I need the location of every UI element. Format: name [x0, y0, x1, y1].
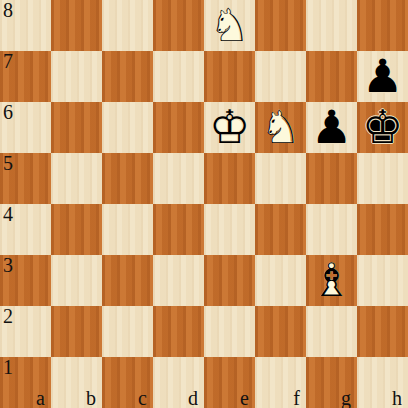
square-d7[interactable]	[153, 51, 204, 102]
square-a7[interactable]: 7	[0, 51, 51, 102]
file-label-f: f	[293, 387, 300, 408]
square-h5[interactable]	[357, 153, 408, 204]
square-g2[interactable]	[306, 306, 357, 357]
white-knight-e8[interactable]: ♞♘	[204, 0, 255, 51]
square-b1[interactable]: b	[51, 357, 102, 408]
square-a1[interactable]: 1a	[0, 357, 51, 408]
square-d6[interactable]	[153, 102, 204, 153]
black-pawn-glyph: ♟	[306, 102, 357, 153]
square-f6[interactable]: ♞♘	[255, 102, 306, 153]
white-bishop-g3[interactable]: ♝♗	[306, 255, 357, 306]
file-label-h: h	[392, 387, 402, 408]
square-g1[interactable]: g	[306, 357, 357, 408]
square-e2[interactable]	[204, 306, 255, 357]
white-king-glyph-outline: ♔	[204, 102, 255, 153]
square-e3[interactable]	[204, 255, 255, 306]
square-c7[interactable]	[102, 51, 153, 102]
black-pawn-glyph: ♟	[357, 51, 408, 102]
square-f3[interactable]	[255, 255, 306, 306]
square-c5[interactable]	[102, 153, 153, 204]
white-bishop-glyph-outline: ♗	[306, 255, 357, 306]
square-a3[interactable]: 3	[0, 255, 51, 306]
square-d5[interactable]	[153, 153, 204, 204]
square-h6[interactable]: ♚	[357, 102, 408, 153]
square-h2[interactable]	[357, 306, 408, 357]
square-e7[interactable]	[204, 51, 255, 102]
rank-label-2: 2	[3, 305, 13, 327]
file-label-g: g	[341, 387, 351, 408]
square-d8[interactable]	[153, 0, 204, 51]
square-g7[interactable]	[306, 51, 357, 102]
square-a2[interactable]: 2	[0, 306, 51, 357]
square-b7[interactable]	[51, 51, 102, 102]
square-a6[interactable]: 6	[0, 102, 51, 153]
file-label-c: c	[138, 387, 147, 408]
square-c6[interactable]	[102, 102, 153, 153]
square-h8[interactable]	[357, 0, 408, 51]
rank-label-8: 8	[3, 0, 13, 21]
file-label-e: e	[240, 387, 249, 408]
square-d2[interactable]	[153, 306, 204, 357]
rank-label-7: 7	[3, 50, 13, 72]
rank-label-6: 6	[3, 101, 13, 123]
square-d3[interactable]	[153, 255, 204, 306]
square-h7[interactable]: ♟	[357, 51, 408, 102]
black-pawn-g6[interactable]: ♟	[306, 102, 357, 153]
file-label-b: b	[86, 387, 96, 408]
square-e8[interactable]: ♞♘	[204, 0, 255, 51]
square-f7[interactable]	[255, 51, 306, 102]
rank-label-5: 5	[3, 152, 13, 174]
square-d1[interactable]: d	[153, 357, 204, 408]
square-e4[interactable]	[204, 204, 255, 255]
square-h1[interactable]: h	[357, 357, 408, 408]
file-label-a: a	[36, 387, 45, 408]
black-king-glyph: ♚	[357, 102, 408, 153]
square-d4[interactable]	[153, 204, 204, 255]
square-c4[interactable]	[102, 204, 153, 255]
square-f2[interactable]	[255, 306, 306, 357]
square-c2[interactable]	[102, 306, 153, 357]
square-c8[interactable]	[102, 0, 153, 51]
square-c3[interactable]	[102, 255, 153, 306]
square-a5[interactable]: 5	[0, 153, 51, 204]
white-knight-glyph-outline: ♘	[255, 102, 306, 153]
square-b4[interactable]	[51, 204, 102, 255]
rank-label-4: 4	[3, 203, 13, 225]
file-label-d: d	[188, 387, 198, 408]
square-b8[interactable]	[51, 0, 102, 51]
black-king-h6[interactable]: ♚	[357, 102, 408, 153]
square-a8[interactable]: 8	[0, 0, 51, 51]
square-f1[interactable]: f	[255, 357, 306, 408]
chess-board: 8♞♘7♟6♚♔♞♘♟♚543♝♗21abcdefgh	[0, 0, 408, 408]
square-h3[interactable]	[357, 255, 408, 306]
white-knight-glyph-outline: ♘	[204, 0, 255, 51]
square-f5[interactable]	[255, 153, 306, 204]
square-g3[interactable]: ♝♗	[306, 255, 357, 306]
rank-label-1: 1	[3, 356, 13, 378]
square-c1[interactable]: c	[102, 357, 153, 408]
square-b6[interactable]	[51, 102, 102, 153]
square-g5[interactable]	[306, 153, 357, 204]
square-g6[interactable]: ♟	[306, 102, 357, 153]
square-g8[interactable]	[306, 0, 357, 51]
square-e1[interactable]: e	[204, 357, 255, 408]
rank-label-3: 3	[3, 254, 13, 276]
square-g4[interactable]	[306, 204, 357, 255]
square-e5[interactable]	[204, 153, 255, 204]
square-f8[interactable]	[255, 0, 306, 51]
square-f4[interactable]	[255, 204, 306, 255]
square-b3[interactable]	[51, 255, 102, 306]
square-e6[interactable]: ♚♔	[204, 102, 255, 153]
square-b2[interactable]	[51, 306, 102, 357]
white-king-e6[interactable]: ♚♔	[204, 102, 255, 153]
square-b5[interactable]	[51, 153, 102, 204]
square-a4[interactable]: 4	[0, 204, 51, 255]
black-pawn-h7[interactable]: ♟	[357, 51, 408, 102]
square-h4[interactable]	[357, 204, 408, 255]
white-knight-f6[interactable]: ♞♘	[255, 102, 306, 153]
